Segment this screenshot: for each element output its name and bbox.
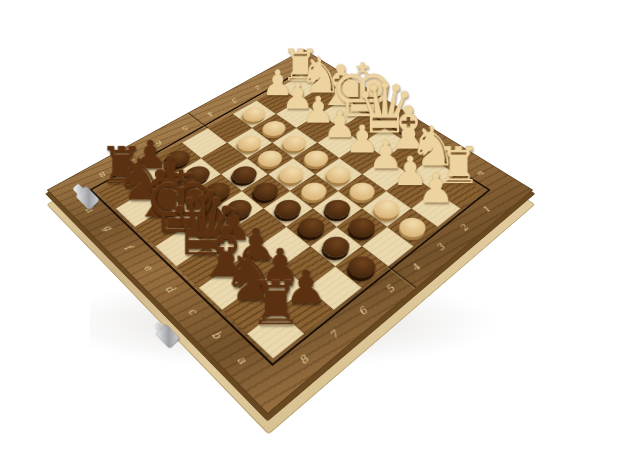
rank-label-4-right: 4	[409, 262, 423, 273]
board: hh11gg22ff33ee44dd55cc66bb77aa88 ♜♞♝♚♛♝♞…	[47, 49, 533, 414]
product-photo-scene: hh11gg22ff33ee44dd55cc66bb77aa88 ♜♞♝♚♛♝♞…	[0, 0, 620, 465]
rank-label-2-right: 2	[457, 223, 470, 233]
rank-label-6-right: 6	[355, 305, 369, 317]
board-stage: hh11gg22ff33ee44dd55cc66bb77aa88 ♜♞♝♚♛♝♞…	[118, 18, 462, 362]
rank-label-7-right: 7	[326, 328, 341, 340]
file-label-g-near: g	[102, 223, 116, 233]
rank-label-1-right: 1	[480, 205, 493, 214]
file-label-e-near: e	[142, 262, 156, 272]
file-label-d-near: d	[163, 283, 178, 294]
rank-label-8-right: 8	[296, 353, 311, 366]
file-label-b-near: b	[210, 328, 225, 340]
board-3d: hh11gg22ff33ee44dd55cc66bb77aa88 ♜♞♝♚♛♝♞…	[47, 49, 533, 414]
rank-label-5-right: 5	[383, 283, 397, 294]
rank-label-4-left: 4	[205, 110, 216, 117]
file-label-c-near: c	[186, 305, 200, 316]
rank-label-3-right: 3	[433, 242, 446, 252]
rank-label-5-left: 5	[180, 124, 191, 131]
piece-white-pawn[interactable]: ♟	[395, 168, 477, 209]
piece-black-rook[interactable]: ♜	[228, 274, 323, 334]
file-label-f-near: f	[122, 243, 134, 252]
file-label-a-near: a	[235, 353, 250, 366]
rank-label-3-left: 3	[230, 97, 240, 104]
